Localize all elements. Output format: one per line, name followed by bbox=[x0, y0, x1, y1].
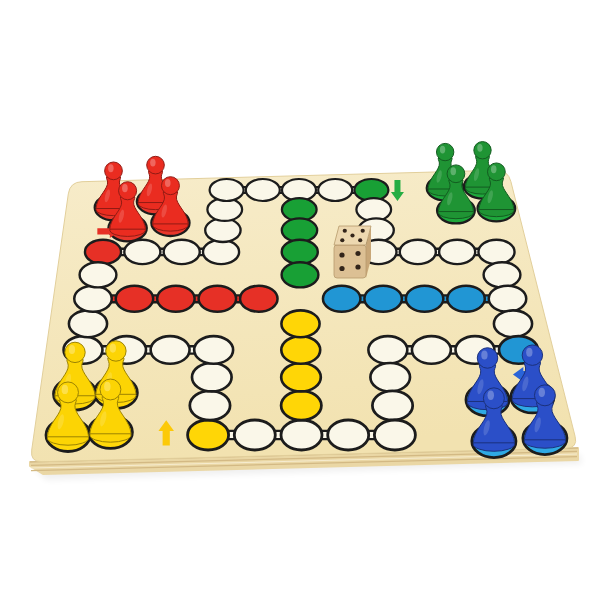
pawn-highlight bbox=[110, 344, 116, 353]
track-cell-14[interactable] bbox=[400, 240, 436, 264]
track-cell-26[interactable] bbox=[374, 420, 415, 450]
pawn-highlight bbox=[122, 184, 128, 192]
track-cell-25[interactable] bbox=[372, 391, 412, 420]
pawn-highlight bbox=[69, 345, 75, 354]
die-pip-top bbox=[340, 238, 344, 242]
track-cell-17[interactable] bbox=[484, 262, 521, 287]
die-pip-front bbox=[339, 252, 344, 257]
track-cell-3[interactable] bbox=[203, 240, 239, 264]
pawn-highlight bbox=[62, 385, 68, 394]
home-cell-yellow-4[interactable] bbox=[281, 310, 319, 337]
start-cell-yellow[interactable] bbox=[188, 420, 229, 450]
track-cell-15[interactable] bbox=[439, 240, 475, 264]
home-cell-green-3[interactable] bbox=[282, 240, 318, 264]
pawn-highlight bbox=[108, 164, 113, 172]
track-cell-1[interactable] bbox=[124, 240, 160, 264]
ludo-photo-stage bbox=[0, 0, 600, 600]
track-cell-6[interactable] bbox=[210, 179, 244, 201]
track-cell-19[interactable] bbox=[494, 310, 532, 337]
pawn-highlight bbox=[104, 382, 110, 391]
track-cell-37[interactable] bbox=[69, 310, 107, 337]
die-pip-front bbox=[355, 251, 360, 256]
home-cell-red-1[interactable] bbox=[116, 286, 154, 312]
track-cell-2[interactable] bbox=[164, 240, 200, 264]
die-front-face bbox=[334, 245, 366, 278]
die-pip-front bbox=[339, 266, 344, 271]
pawn-highlight bbox=[165, 179, 171, 187]
track-cell-38[interactable] bbox=[74, 286, 112, 312]
track-cell-7[interactable] bbox=[246, 179, 280, 201]
die-pip-top bbox=[358, 238, 362, 242]
track-cell-33[interactable] bbox=[194, 336, 233, 364]
track-cell-29[interactable] bbox=[234, 420, 275, 450]
track-cell-24[interactable] bbox=[370, 363, 410, 391]
pawn-highlight bbox=[487, 391, 494, 400]
home-cell-blue-3[interactable] bbox=[364, 286, 402, 312]
home-cell-green-2[interactable] bbox=[282, 218, 317, 242]
track-cell-39[interactable] bbox=[80, 262, 117, 287]
track-cell-31[interactable] bbox=[190, 391, 230, 420]
home-cell-blue-1[interactable] bbox=[447, 286, 485, 312]
home-cell-yellow-3[interactable] bbox=[281, 336, 320, 364]
die-pip-top bbox=[350, 233, 354, 237]
pawn-highlight bbox=[477, 144, 482, 152]
track-cell-22[interactable] bbox=[412, 336, 451, 364]
track-cell-9[interactable] bbox=[318, 179, 352, 201]
track-cell-28[interactable] bbox=[281, 420, 322, 450]
home-cell-yellow-1[interactable] bbox=[281, 391, 321, 420]
pawn-highlight bbox=[150, 159, 155, 167]
pawn-highlight bbox=[526, 348, 532, 357]
die[interactable] bbox=[334, 226, 371, 278]
pawn-highlight bbox=[481, 350, 487, 359]
die-pip-top bbox=[343, 229, 347, 233]
home-cell-red-4[interactable] bbox=[240, 286, 278, 312]
home-cell-red-2[interactable] bbox=[157, 286, 195, 312]
home-cell-blue-4[interactable] bbox=[323, 286, 361, 312]
home-cell-blue-2[interactable] bbox=[406, 286, 444, 312]
track-cell-27[interactable] bbox=[328, 420, 369, 450]
home-cell-green-4[interactable] bbox=[282, 262, 319, 287]
home-cell-red-3[interactable] bbox=[199, 286, 237, 312]
track-cell-32[interactable] bbox=[192, 363, 232, 391]
pawn-highlight bbox=[491, 165, 497, 173]
track-cell-16[interactable] bbox=[478, 240, 514, 264]
die-pip-front bbox=[355, 264, 360, 269]
pawn-highlight bbox=[539, 388, 545, 397]
pawn-highlight bbox=[451, 167, 457, 175]
ludo-board bbox=[0, 0, 600, 600]
home-cell-yellow-2[interactable] bbox=[281, 363, 321, 391]
track-cell-34[interactable] bbox=[151, 336, 190, 364]
track-cell-23[interactable] bbox=[368, 336, 407, 364]
pawn-highlight bbox=[440, 146, 445, 154]
start-cell-red[interactable] bbox=[85, 240, 121, 264]
track-cell-18[interactable] bbox=[489, 286, 527, 312]
die-pip-top bbox=[361, 229, 365, 233]
